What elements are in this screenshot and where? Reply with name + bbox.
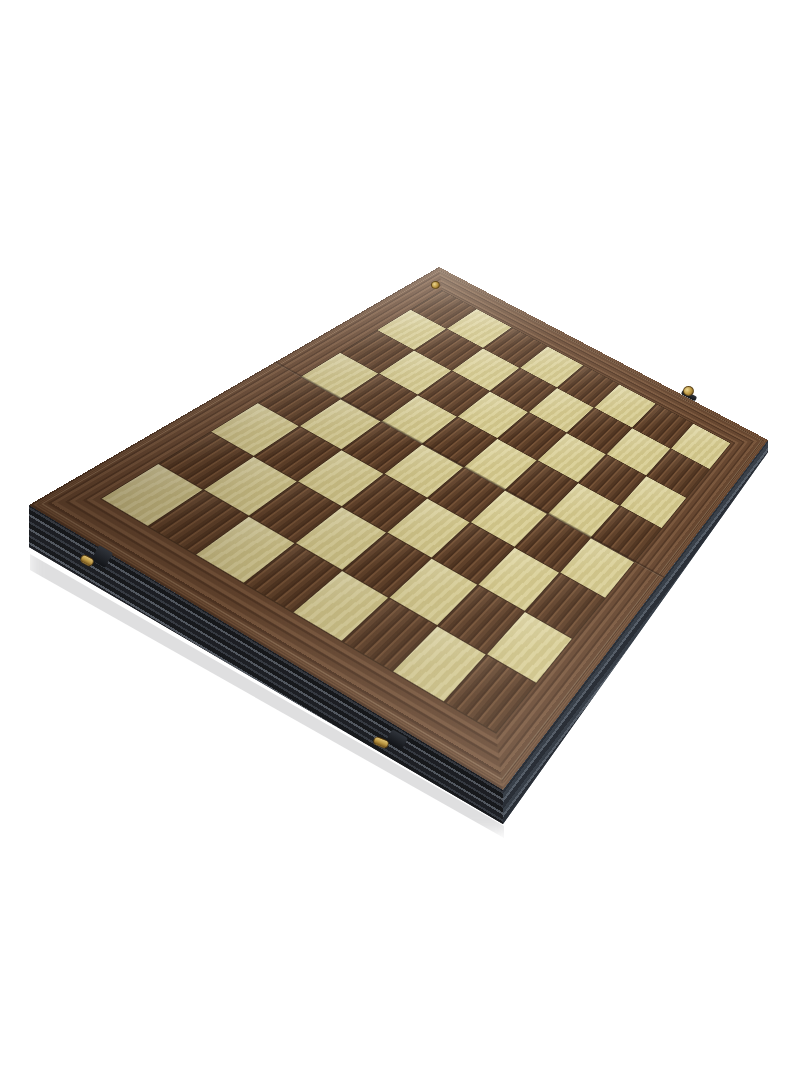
chess-board: [29, 267, 768, 790]
board-grid: [100, 290, 731, 734]
brass-hinge-pin-2: [683, 386, 694, 396]
brass-hinge-pin-1: [431, 281, 440, 289]
product-photo: [0, 0, 800, 1091]
